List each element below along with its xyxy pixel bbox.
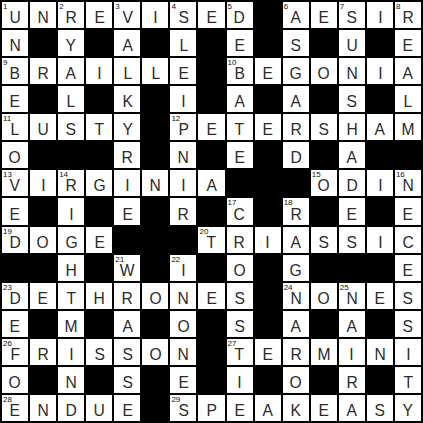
block-cell-r9c9 [255, 255, 281, 281]
cell-r2c11[interactable]: O [311, 58, 337, 84]
cell-r7c12[interactable]: E [339, 198, 365, 224]
cell-r0c6[interactable]: 4S [170, 2, 196, 28]
cell-r10c10[interactable]: 24N [283, 283, 309, 309]
cell-letter: N [37, 402, 48, 421]
cell-letter: O [177, 318, 189, 337]
cell-letter: N [402, 177, 413, 196]
cell-letter: R [346, 374, 357, 393]
cell-r9c10[interactable]: G [283, 255, 309, 281]
cell-r10c7[interactable]: E [198, 283, 224, 309]
cell-r4c4[interactable]: Y [114, 114, 140, 140]
cell-r14c3[interactable]: U [86, 395, 112, 421]
cell-letter: R [122, 290, 133, 309]
cell-letter: R [66, 177, 77, 196]
cell-letter: O [318, 65, 330, 84]
cell-r7c2[interactable]: I [58, 198, 84, 224]
cell-r11c14[interactable]: S [395, 311, 421, 337]
cell-letter: E [347, 206, 357, 225]
cell-r6c11[interactable]: 15O [311, 170, 337, 196]
cell-r9c8[interactable]: O [227, 255, 253, 281]
cell-r11c10[interactable]: A [283, 311, 309, 337]
cell-letter: D [234, 9, 245, 28]
cell-letter: E [94, 234, 104, 253]
cell-r3c6[interactable]: I [170, 86, 196, 112]
cell-r10c4[interactable]: R [114, 283, 140, 309]
cell-r12c5[interactable]: O [142, 339, 168, 365]
cell-r6c7[interactable]: A [198, 170, 224, 196]
cell-r8c3[interactable]: E [86, 227, 112, 253]
cell-r1c2[interactable]: Y [58, 30, 84, 56]
cell-r4c2[interactable]: S [58, 114, 84, 140]
cell-letter: O [149, 346, 161, 365]
cell-r13c4[interactable]: S [114, 367, 140, 393]
cell-letter: A [290, 93, 300, 112]
cell-r4c7[interactable]: E [198, 114, 224, 140]
cell-letter: L [67, 93, 76, 112]
cell-r10c2[interactable]: T [58, 283, 84, 309]
cell-letter: I [237, 374, 241, 393]
cell-r12c0[interactable]: 26F [2, 339, 28, 365]
cell-r12c6[interactable]: N [170, 339, 196, 365]
cell-letter: G [290, 65, 302, 84]
cell-letter: Y [66, 37, 76, 56]
cell-letter: S [403, 318, 413, 337]
cell-r6c5[interactable]: N [142, 170, 168, 196]
cell-r8c11[interactable]: S [311, 227, 337, 253]
cell-r8c10[interactable]: A [283, 227, 309, 253]
block-cell-r7c3 [86, 198, 112, 224]
cell-r3c10[interactable]: A [283, 86, 309, 112]
cell-letter: A [347, 402, 357, 421]
cell-letter: I [69, 206, 73, 225]
cell-r13c6[interactable]: E [170, 367, 196, 393]
cell-r4c3[interactable]: T [86, 114, 112, 140]
cell-letter: H [66, 262, 77, 281]
cell-r14c9[interactable]: A [255, 395, 281, 421]
cell-r14c8[interactable]: E [227, 395, 253, 421]
cell-r14c12[interactable]: A [339, 395, 365, 421]
cell-letter: E [262, 65, 272, 84]
block-cell-r13c11 [311, 367, 337, 393]
cell-letter: E [94, 9, 104, 28]
block-cell-r8c4 [114, 227, 140, 253]
cell-r10c13[interactable]: E [367, 283, 393, 309]
cell-letter: S [234, 318, 244, 337]
cell-r3c0[interactable]: E [2, 86, 28, 112]
cell-letter: E [122, 206, 132, 225]
block-cell-r9c1 [30, 255, 56, 281]
cell-r0c2[interactable]: 2R [58, 2, 84, 28]
cell-r2c0[interactable]: 9B [2, 58, 28, 84]
cell-letter: R [402, 9, 413, 28]
cell-r12c14[interactable]: I [395, 339, 421, 365]
cell-letter: T [94, 121, 104, 140]
block-cell-r7c5 [142, 198, 168, 224]
cell-letter: K [290, 402, 300, 421]
cell-letter: A [122, 318, 132, 337]
cell-r2c13[interactable]: I [367, 58, 393, 84]
cell-r13c2[interactable]: N [58, 367, 84, 393]
clue-number: 8 [396, 2, 400, 11]
block-cell-r8c5 [142, 227, 168, 253]
cell-r8c14[interactable]: C [395, 227, 421, 253]
block-cell-r7c13 [367, 198, 393, 224]
cell-letter: E [178, 65, 188, 84]
cell-letter: S [290, 37, 300, 56]
cell-letter: Y [403, 402, 413, 421]
cell-letter: U [9, 9, 20, 28]
block-cell-r2c7 [198, 58, 224, 84]
block-cell-r1c13 [367, 30, 393, 56]
block-cell-r5c13 [367, 142, 393, 168]
cell-r6c1[interactable]: I [30, 170, 56, 196]
cell-r12c12[interactable]: I [339, 339, 365, 365]
clue-number: 2 [59, 2, 63, 11]
cell-letter: A [347, 149, 357, 168]
cell-r0c10[interactable]: 6A [283, 2, 309, 28]
cell-r6c12[interactable]: D [339, 170, 365, 196]
cell-letter: N [346, 290, 357, 309]
cell-r0c13[interactable]: I [367, 2, 393, 28]
cell-r11c12[interactable]: A [339, 311, 365, 337]
cell-r11c8[interactable]: S [227, 311, 253, 337]
cell-r0c7[interactable]: E [198, 2, 224, 28]
cell-r6c6[interactable]: I [170, 170, 196, 196]
cell-r12c8[interactable]: 27T [227, 339, 253, 365]
cell-letter: E [38, 290, 48, 309]
cell-r9c14[interactable]: E [395, 255, 421, 281]
cell-letter: U [94, 402, 105, 421]
cell-r5c12[interactable]: A [339, 142, 365, 168]
cell-r5c6[interactable]: N [170, 142, 196, 168]
cell-letter: V [122, 9, 132, 28]
cell-r4c6[interactable]: 12P [170, 114, 196, 140]
cell-r1c0[interactable]: N [2, 30, 28, 56]
cell-letter: A [403, 65, 413, 84]
cell-letter: E [10, 402, 20, 421]
cell-r10c8[interactable]: S [227, 283, 253, 309]
block-cell-r9c0 [2, 255, 28, 281]
cell-r7c10[interactable]: 18R [283, 198, 309, 224]
cell-r6c2[interactable]: 14R [58, 170, 84, 196]
cell-r13c10[interactable]: O [283, 367, 309, 393]
block-cell-r1c1 [30, 30, 56, 56]
cell-letter: O [37, 234, 49, 253]
cell-r5c0[interactable]: O [2, 142, 28, 168]
cell-r8c12[interactable]: S [339, 227, 365, 253]
cell-letter: N [346, 65, 357, 84]
cell-letter: S [403, 290, 413, 309]
cell-letter: I [153, 9, 157, 28]
cell-r9c4[interactable]: 21W [114, 255, 140, 281]
cell-r4c0[interactable]: 11L [2, 114, 28, 140]
cell-r12c11[interactable]: M [311, 339, 337, 365]
cell-r3c2[interactable]: L [58, 86, 84, 112]
cell-r5c8[interactable]: E [227, 142, 253, 168]
block-cell-r9c12 [339, 255, 365, 281]
cell-r4c12[interactable]: H [339, 114, 365, 140]
block-cell-r5c11 [311, 142, 337, 168]
cell-letter: R [234, 234, 245, 253]
cell-letter: R [178, 206, 189, 225]
cell-r12c13[interactable]: N [367, 339, 393, 365]
cell-letter: A [66, 65, 76, 84]
block-cell-r6c8 [227, 170, 253, 196]
cell-r12c4[interactable]: S [114, 339, 140, 365]
cell-letter: N [37, 9, 48, 28]
cell-letter: N [178, 149, 189, 168]
cell-r13c8[interactable]: I [227, 367, 253, 393]
cell-r12c1[interactable]: R [30, 339, 56, 365]
block-cell-r1c9 [255, 30, 281, 56]
cell-r0c14[interactable]: 8R [395, 2, 421, 28]
cell-r14c14[interactable]: Y [395, 395, 421, 421]
cell-letter: U [37, 121, 48, 140]
cell-r10c0[interactable]: 23D [2, 283, 28, 309]
block-cell-r7c9 [255, 198, 281, 224]
cell-letter: D [290, 149, 301, 168]
cell-letter: A [290, 9, 300, 28]
cell-letter: C [402, 234, 413, 253]
cell-r10c11[interactable]: O [311, 283, 337, 309]
cell-r6c0[interactable]: 13V [2, 170, 28, 196]
cell-r2c8[interactable]: 10B [227, 58, 253, 84]
block-cell-r11c9 [255, 311, 281, 337]
cell-r11c2[interactable]: M [58, 311, 84, 337]
cell-letter: F [10, 346, 20, 365]
cell-r4c14[interactable]: M [395, 114, 421, 140]
cell-r1c8[interactable]: E [227, 30, 253, 56]
cell-r0c11[interactable]: E [311, 2, 337, 28]
cell-letter: M [317, 346, 330, 365]
cell-r14c0[interactable]: 28E [2, 395, 28, 421]
cell-r0c3[interactable]: E [86, 2, 112, 28]
cell-r4c13[interactable]: A [367, 114, 393, 140]
cell-letter: I [406, 346, 410, 365]
cell-r3c12[interactable]: S [339, 86, 365, 112]
cell-r12c10[interactable]: R [283, 339, 309, 365]
cell-r8c8[interactable]: R [227, 227, 253, 253]
cell-r3c14[interactable]: L [395, 86, 421, 112]
cell-letter: E [262, 121, 272, 140]
cell-letter: O [9, 374, 21, 393]
block-cell-r7c1 [30, 198, 56, 224]
cell-letter: I [378, 65, 382, 84]
cell-letter: I [265, 234, 269, 253]
cell-r0c0[interactable]: 1U [2, 2, 28, 28]
cell-r10c3[interactable]: H [86, 283, 112, 309]
cell-letter: I [41, 177, 45, 196]
cell-r14c10[interactable]: K [283, 395, 309, 421]
cell-r12c2[interactable]: I [58, 339, 84, 365]
cell-letter: D [9, 290, 20, 309]
cell-r7c0[interactable]: E [2, 198, 28, 224]
cell-letter: I [97, 65, 101, 84]
cell-letter: A [347, 318, 357, 337]
cell-letter: S [347, 93, 357, 112]
block-cell-r3c1 [30, 86, 56, 112]
cell-r12c9[interactable]: E [255, 339, 281, 365]
cell-r9c2[interactable]: H [58, 255, 84, 281]
cell-r6c3[interactable]: G [86, 170, 112, 196]
cell-r1c12[interactable]: U [339, 30, 365, 56]
crossword-board: 1UN2RE3VI4SE5D6AE7SI8RNYALESUE9BRAILLE10… [0, 0, 423, 423]
clue-number: 6 [284, 2, 288, 11]
cell-letter: L [123, 65, 132, 84]
block-cell-r13c13 [367, 367, 393, 393]
cell-letter: H [346, 121, 357, 140]
block-cell-r7c7 [198, 198, 224, 224]
cell-letter: E [122, 402, 132, 421]
cell-letter: S [122, 374, 132, 393]
block-cell-r11c7 [198, 311, 224, 337]
clue-number: 9 [3, 58, 7, 67]
cell-r13c14[interactable]: T [395, 367, 421, 393]
block-cell-r5c9 [255, 142, 281, 168]
cell-r13c12[interactable]: R [339, 367, 365, 393]
cell-r8c7[interactable]: 20T [198, 227, 224, 253]
cell-r8c1[interactable]: O [30, 227, 56, 253]
clue-number: 1 [3, 2, 7, 11]
cell-r1c4[interactable]: A [114, 30, 140, 56]
cell-r5c10[interactable]: D [283, 142, 309, 168]
cell-r1c10[interactable]: S [283, 30, 309, 56]
cell-letter: L [11, 121, 20, 140]
cell-letter: E [10, 318, 20, 337]
block-cell-r11c13 [367, 311, 393, 337]
cell-r10c6[interactable]: N [170, 283, 196, 309]
cell-letter: E [403, 206, 413, 225]
cell-r0c4[interactable]: 3V [114, 2, 140, 28]
cell-r8c13[interactable]: I [367, 227, 393, 253]
cell-r2c2[interactable]: A [58, 58, 84, 84]
cell-letter: D [346, 177, 357, 196]
cell-r8c2[interactable]: G [58, 227, 84, 253]
block-cell-r5c5 [142, 142, 168, 168]
cell-r6c14[interactable]: 16N [395, 170, 421, 196]
cell-letter: T [207, 234, 217, 253]
cell-r8c0[interactable]: 19D [2, 227, 28, 253]
cell-r12c3[interactable]: S [86, 339, 112, 365]
cell-r14c6[interactable]: 29S [170, 395, 196, 421]
cell-r2c1[interactable]: R [30, 58, 56, 84]
clue-number: 7 [340, 2, 344, 11]
cell-r14c7[interactable]: P [198, 395, 224, 421]
block-cell-r5c2 [58, 142, 84, 168]
cell-r10c14[interactable]: S [395, 283, 421, 309]
cell-r5c4[interactable]: R [114, 142, 140, 168]
block-cell-r4c5 [142, 114, 168, 140]
cell-r7c14[interactable]: E [395, 198, 421, 224]
block-cell-r11c3 [86, 311, 112, 337]
block-cell-r9c11 [311, 255, 337, 281]
cell-r4c10[interactable]: R [283, 114, 309, 140]
block-cell-r5c1 [30, 142, 56, 168]
clue-number: 5 [228, 2, 232, 11]
cell-r2c3[interactable]: I [86, 58, 112, 84]
cell-r11c0[interactable]: E [2, 311, 28, 337]
cell-letter: I [350, 346, 354, 365]
cell-r3c8[interactable]: A [227, 86, 253, 112]
cell-r4c9[interactable]: E [255, 114, 281, 140]
cell-r2c5[interactable]: L [142, 58, 168, 84]
cell-letter: R [37, 65, 48, 84]
block-cell-r7c11 [311, 198, 337, 224]
cell-letter: O [318, 290, 330, 309]
cell-r9c6[interactable]: 22I [170, 255, 196, 281]
cell-r0c8[interactable]: 5D [227, 2, 253, 28]
block-cell-r1c11 [311, 30, 337, 56]
cell-r0c5[interactable]: I [142, 2, 168, 28]
block-cell-r1c7 [198, 30, 224, 56]
cell-r10c12[interactable]: 25N [339, 283, 365, 309]
block-cell-r5c14 [395, 142, 421, 168]
cell-r0c1[interactable]: N [30, 2, 56, 28]
cell-r2c4[interactable]: L [114, 58, 140, 84]
block-cell-r11c1 [30, 311, 56, 337]
cell-letter: E [234, 149, 244, 168]
cell-letter: A [290, 318, 300, 337]
cell-r4c11[interactable]: S [311, 114, 337, 140]
cell-r7c8[interactable]: 17C [227, 198, 253, 224]
cell-r4c1[interactable]: U [30, 114, 56, 140]
cell-r7c6[interactable]: R [170, 198, 196, 224]
cell-r2c14[interactable]: A [395, 58, 421, 84]
cell-letter: S [319, 121, 329, 140]
cell-letter: I [378, 177, 382, 196]
block-cell-r0c9 [255, 2, 281, 28]
block-cell-r3c5 [142, 86, 168, 112]
cell-r2c12[interactable]: N [339, 58, 365, 84]
block-cell-r13c9 [255, 367, 281, 393]
block-cell-r9c7 [198, 255, 224, 281]
cell-r10c1[interactable]: E [30, 283, 56, 309]
cell-r8c9[interactable]: I [255, 227, 281, 253]
cell-r2c9[interactable]: E [255, 58, 281, 84]
cell-r14c13[interactable]: S [367, 395, 393, 421]
cell-r11c6[interactable]: O [170, 311, 196, 337]
cell-letter: S [347, 234, 357, 253]
cell-r2c10[interactable]: G [283, 58, 309, 84]
cell-r14c4[interactable]: E [114, 395, 140, 421]
cell-r10c5[interactable]: O [142, 283, 168, 309]
cell-letter: S [178, 9, 188, 28]
cell-r13c0[interactable]: O [2, 367, 28, 393]
cell-r3c4[interactable]: K [114, 86, 140, 112]
cell-letter: L [151, 65, 160, 84]
cell-r14c1[interactable]: N [30, 395, 56, 421]
cell-r6c4[interactable]: I [114, 170, 140, 196]
cell-r14c11[interactable]: E [311, 395, 337, 421]
cell-letter: E [206, 121, 216, 140]
cell-r1c6[interactable]: L [170, 30, 196, 56]
cell-r14c2[interactable]: D [58, 395, 84, 421]
block-cell-r9c5 [142, 255, 168, 281]
cell-letter: P [206, 402, 216, 421]
cell-r6c13[interactable]: I [367, 170, 393, 196]
cell-letter: E [403, 262, 413, 281]
cell-letter: S [319, 234, 329, 253]
cell-r4c8[interactable]: T [227, 114, 253, 140]
cell-r7c4[interactable]: E [114, 198, 140, 224]
cell-r1c14[interactable]: E [395, 30, 421, 56]
cell-letter: I [181, 262, 185, 281]
cell-r0c12[interactable]: 7S [339, 2, 365, 28]
cell-r11c4[interactable]: A [114, 311, 140, 337]
cell-letter: S [122, 346, 132, 365]
cell-r2c6[interactable]: E [170, 58, 196, 84]
cell-letter: S [347, 9, 357, 28]
